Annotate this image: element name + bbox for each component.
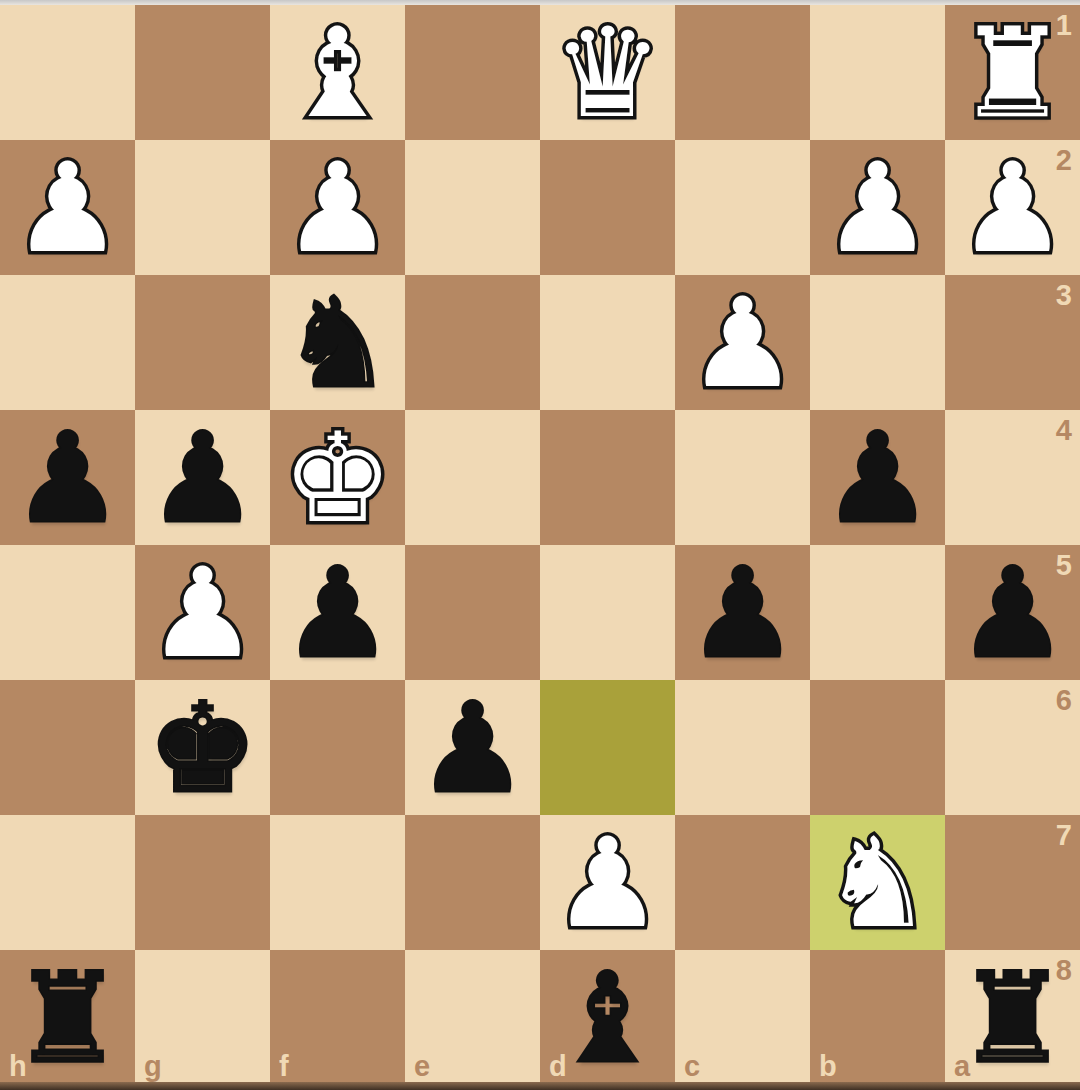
- piece-white-pawn-d7[interactable]: ♟: [552, 821, 663, 945]
- square-f8[interactable]: f: [270, 950, 405, 1085]
- square-h8[interactable]: h♜: [0, 950, 135, 1085]
- square-b5[interactable]: [810, 545, 945, 680]
- square-b7[interactable]: ♞: [810, 815, 945, 950]
- square-h5[interactable]: [0, 545, 135, 680]
- piece-black-pawn-b4[interactable]: ♟: [822, 416, 933, 540]
- rank-label-5: 5: [1056, 551, 1072, 580]
- square-g4[interactable]: ♟: [135, 410, 270, 545]
- square-d1[interactable]: ♛: [540, 5, 675, 140]
- window-top-edge: [0, 0, 1080, 5]
- chess-board: ♝♛1♜♟♟♟2♟♞♟3♟♟♚♟4♟♟♟5♟♚♟6♟♞7h♜gfed♝cb8a♜: [0, 5, 1080, 1085]
- piece-black-pawn-h4[interactable]: ♟: [12, 416, 123, 540]
- square-d3[interactable]: [540, 275, 675, 410]
- rank-label-7: 7: [1056, 821, 1072, 850]
- rank-label-1: 1: [1056, 11, 1072, 40]
- square-b4[interactable]: ♟: [810, 410, 945, 545]
- square-g2[interactable]: [135, 140, 270, 275]
- rank-label-6: 6: [1056, 686, 1072, 715]
- square-h4[interactable]: ♟: [0, 410, 135, 545]
- square-h3[interactable]: [0, 275, 135, 410]
- piece-black-bishop-d8[interactable]: ♝: [552, 956, 663, 1080]
- file-label-d: d: [549, 1052, 567, 1081]
- rank-label-3: 3: [1056, 281, 1072, 310]
- square-b2[interactable]: ♟: [810, 140, 945, 275]
- piece-black-rook-h8[interactable]: ♜: [12, 956, 123, 1080]
- piece-black-pawn-a5[interactable]: ♟: [957, 551, 1068, 675]
- square-f5[interactable]: ♟: [270, 545, 405, 680]
- square-g8[interactable]: g: [135, 950, 270, 1085]
- square-h6[interactable]: [0, 680, 135, 815]
- piece-white-knight-b7[interactable]: ♞: [822, 821, 933, 945]
- square-g3[interactable]: [135, 275, 270, 410]
- piece-white-pawn-g5[interactable]: ♟: [147, 551, 258, 675]
- square-a4[interactable]: 4: [945, 410, 1080, 545]
- square-g1[interactable]: [135, 5, 270, 140]
- square-f4[interactable]: ♚: [270, 410, 405, 545]
- square-c7[interactable]: [675, 815, 810, 950]
- square-f7[interactable]: [270, 815, 405, 950]
- square-a1[interactable]: 1♜: [945, 5, 1080, 140]
- square-a7[interactable]: 7: [945, 815, 1080, 950]
- piece-black-pawn-c5[interactable]: ♟: [687, 551, 798, 675]
- file-label-h: h: [9, 1052, 27, 1081]
- piece-white-rook-a1[interactable]: ♜: [957, 11, 1068, 135]
- square-d4[interactable]: [540, 410, 675, 545]
- square-f6[interactable]: [270, 680, 405, 815]
- piece-white-queen-d1[interactable]: ♛: [552, 11, 663, 135]
- square-g6[interactable]: ♚: [135, 680, 270, 815]
- piece-black-king-g6[interactable]: ♚: [147, 686, 258, 810]
- square-d7[interactable]: ♟: [540, 815, 675, 950]
- file-label-g: g: [144, 1052, 162, 1081]
- piece-black-pawn-g4[interactable]: ♟: [147, 416, 258, 540]
- piece-black-rook-a8[interactable]: ♜: [957, 956, 1068, 1080]
- square-b1[interactable]: [810, 5, 945, 140]
- square-e6[interactable]: ♟: [405, 680, 540, 815]
- piece-white-bishop-f1[interactable]: ♝: [282, 11, 393, 135]
- square-e3[interactable]: [405, 275, 540, 410]
- square-b6[interactable]: [810, 680, 945, 815]
- piece-white-pawn-f2[interactable]: ♟: [282, 146, 393, 270]
- file-label-e: e: [414, 1052, 430, 1081]
- square-a2[interactable]: 2♟: [945, 140, 1080, 275]
- square-d2[interactable]: [540, 140, 675, 275]
- square-e4[interactable]: [405, 410, 540, 545]
- square-a8[interactable]: 8a♜: [945, 950, 1080, 1085]
- square-c3[interactable]: ♟: [675, 275, 810, 410]
- square-g5[interactable]: ♟: [135, 545, 270, 680]
- file-label-c: c: [684, 1052, 700, 1081]
- piece-white-pawn-a2[interactable]: ♟: [957, 146, 1068, 270]
- rank-label-4: 4: [1056, 416, 1072, 445]
- square-c8[interactable]: c: [675, 950, 810, 1085]
- square-h1[interactable]: [0, 5, 135, 140]
- square-d6[interactable]: [540, 680, 675, 815]
- rank-label-8: 8: [1056, 956, 1072, 985]
- square-c2[interactable]: [675, 140, 810, 275]
- square-b3[interactable]: [810, 275, 945, 410]
- square-c4[interactable]: [675, 410, 810, 545]
- square-e7[interactable]: [405, 815, 540, 950]
- square-a5[interactable]: 5♟: [945, 545, 1080, 680]
- file-label-a: a: [954, 1052, 970, 1081]
- piece-black-pawn-e6[interactable]: ♟: [417, 686, 528, 810]
- square-d8[interactable]: d♝: [540, 950, 675, 1085]
- square-f1[interactable]: ♝: [270, 5, 405, 140]
- piece-white-pawn-c3[interactable]: ♟: [687, 281, 798, 405]
- piece-white-pawn-h2[interactable]: ♟: [12, 146, 123, 270]
- board-bottom-shadow: [0, 1082, 1080, 1090]
- square-e8[interactable]: e: [405, 950, 540, 1085]
- file-label-f: f: [279, 1052, 289, 1081]
- square-d5[interactable]: [540, 545, 675, 680]
- piece-white-king-f4[interactable]: ♚: [282, 416, 393, 540]
- square-c6[interactable]: [675, 680, 810, 815]
- square-e1[interactable]: [405, 5, 540, 140]
- square-a6[interactable]: 6: [945, 680, 1080, 815]
- piece-black-knight-f3[interactable]: ♞: [282, 281, 393, 405]
- piece-black-pawn-f5[interactable]: ♟: [282, 551, 393, 675]
- square-h7[interactable]: [0, 815, 135, 950]
- square-f3[interactable]: ♞: [270, 275, 405, 410]
- piece-white-pawn-b2[interactable]: ♟: [822, 146, 933, 270]
- square-h2[interactable]: ♟: [0, 140, 135, 275]
- square-e5[interactable]: [405, 545, 540, 680]
- square-g7[interactable]: [135, 815, 270, 950]
- square-c5[interactable]: ♟: [675, 545, 810, 680]
- square-e2[interactable]: [405, 140, 540, 275]
- square-c1[interactable]: [675, 5, 810, 140]
- file-label-b: b: [819, 1052, 837, 1081]
- rank-label-2: 2: [1056, 146, 1072, 175]
- square-f2[interactable]: ♟: [270, 140, 405, 275]
- chess-board-screenshot: ♝♛1♜♟♟♟2♟♞♟3♟♟♚♟4♟♟♟5♟♚♟6♟♞7h♜gfed♝cb8a♜: [0, 0, 1080, 1090]
- square-b8[interactable]: b: [810, 950, 945, 1085]
- square-a3[interactable]: 3: [945, 275, 1080, 410]
